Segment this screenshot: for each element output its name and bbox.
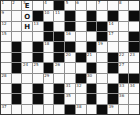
white-cell[interactable]: 8	[119, 1, 129, 10]
white-cell[interactable]	[119, 105, 129, 114]
black-cell	[65, 105, 75, 114]
white-cell[interactable]	[1, 94, 11, 103]
white-cell[interactable]	[129, 94, 139, 103]
black-cell	[65, 11, 75, 20]
clue-number: 39	[108, 105, 113, 109]
white-cell[interactable]: 16	[65, 32, 75, 41]
black-cell	[65, 42, 75, 51]
white-cell[interactable]	[108, 42, 118, 51]
black-cell	[129, 74, 139, 83]
white-cell[interactable]: 27	[119, 63, 129, 72]
black-cell	[108, 94, 118, 103]
black-cell	[87, 11, 97, 20]
black-cell	[33, 11, 43, 20]
crossword-grid: 123E456789O101112H1314151617181920212223…	[0, 0, 140, 115]
clue-number: 36	[119, 94, 124, 98]
white-cell[interactable]: 30	[87, 74, 97, 83]
clue-number: 19	[98, 42, 103, 46]
black-cell	[12, 42, 22, 51]
clue-number: 37	[2, 105, 7, 109]
white-cell[interactable]	[76, 11, 86, 20]
black-cell	[33, 42, 43, 51]
clue-number: 9	[2, 11, 5, 15]
clue-number: 26	[55, 63, 60, 67]
white-cell[interactable]: 11	[54, 11, 64, 20]
black-cell	[108, 11, 118, 20]
white-cell[interactable]	[22, 53, 32, 62]
white-cell[interactable]	[87, 1, 97, 10]
white-cell[interactable]: 10	[44, 11, 54, 20]
filled-letter: O	[22, 11, 32, 20]
white-cell[interactable]: 15	[1, 32, 11, 41]
white-cell[interactable]: 21	[87, 53, 97, 62]
white-cell[interactable]	[1, 53, 11, 62]
black-cell	[129, 32, 139, 41]
black-cell	[97, 32, 107, 41]
clue-number: 32	[76, 84, 81, 88]
black-cell	[54, 1, 64, 10]
black-cell	[76, 53, 86, 62]
white-cell[interactable]	[87, 32, 97, 41]
black-cell	[65, 22, 75, 31]
white-cell[interactable]	[22, 84, 32, 93]
clue-number: 31	[66, 84, 71, 88]
clue-number: 38	[76, 105, 81, 109]
black-cell	[87, 94, 97, 103]
white-cell[interactable]	[22, 105, 32, 114]
white-cell[interactable]: 35	[65, 94, 75, 103]
black-cell	[54, 84, 64, 93]
clue-number: 7	[98, 1, 101, 5]
white-cell[interactable]: 22	[119, 53, 129, 62]
white-cell[interactable]: 2	[12, 1, 22, 10]
white-cell[interactable]: 36	[119, 94, 129, 103]
white-cell[interactable]	[76, 32, 86, 41]
white-cell[interactable]	[33, 1, 43, 10]
white-cell[interactable]: 7	[97, 1, 107, 10]
white-cell[interactable]: 23	[129, 53, 139, 62]
white-cell[interactable]	[22, 94, 32, 103]
white-cell[interactable]: 38	[76, 105, 86, 114]
white-cell[interactable]: 14	[108, 22, 118, 31]
black-cell	[54, 53, 64, 62]
black-cell	[12, 53, 22, 62]
white-cell[interactable]: 34	[129, 84, 139, 93]
black-cell	[97, 105, 107, 114]
black-cell	[108, 53, 118, 62]
white-cell[interactable]: 3E	[22, 1, 32, 10]
white-cell[interactable]	[12, 32, 22, 41]
white-cell[interactable]	[129, 63, 139, 72]
clue-number: 34	[130, 84, 135, 88]
black-cell	[12, 84, 22, 93]
white-cell[interactable]	[129, 1, 139, 10]
white-cell[interactable]: O	[22, 11, 32, 20]
black-cell	[44, 32, 54, 41]
white-cell[interactable]	[119, 32, 129, 41]
white-cell[interactable]	[54, 74, 64, 83]
clue-number: 21	[87, 53, 92, 57]
white-cell[interactable]: 6	[76, 1, 86, 10]
white-cell[interactable]: 25	[33, 63, 43, 72]
clue-number: 15	[2, 32, 7, 36]
clue-number: 25	[34, 63, 39, 67]
white-cell[interactable]: 39	[108, 105, 118, 114]
black-cell	[54, 94, 64, 103]
white-cell[interactable]: 24	[22, 63, 32, 72]
clue-number: 12	[2, 22, 7, 26]
white-cell[interactable]: 20	[65, 53, 75, 62]
white-cell[interactable]: 31	[65, 84, 75, 93]
white-cell[interactable]	[97, 53, 107, 62]
clue-number: 11	[55, 11, 60, 15]
white-cell[interactable]	[12, 11, 22, 20]
white-cell[interactable]: 29	[44, 74, 54, 83]
black-cell	[87, 42, 97, 51]
white-cell[interactable]: 18	[44, 42, 54, 51]
clue-number: 30	[87, 74, 92, 78]
clue-number: 1	[2, 1, 5, 5]
black-cell	[108, 63, 118, 72]
white-cell[interactable]: 33	[119, 84, 129, 93]
white-cell[interactable]	[22, 32, 32, 41]
clue-number: 5	[66, 1, 69, 5]
white-cell[interactable]	[33, 105, 43, 114]
black-cell	[33, 53, 43, 62]
white-cell[interactable]	[1, 42, 11, 51]
black-cell	[33, 94, 43, 103]
white-cell[interactable]	[12, 74, 22, 83]
white-cell[interactable]	[44, 105, 54, 114]
white-cell[interactable]	[129, 105, 139, 114]
black-cell	[87, 22, 97, 31]
white-cell[interactable]	[65, 74, 75, 83]
white-cell[interactable]	[119, 11, 129, 20]
clue-number: 17	[108, 32, 113, 36]
white-cell[interactable]	[44, 84, 54, 93]
white-cell[interactable]	[12, 105, 22, 114]
white-cell[interactable]	[76, 22, 86, 31]
clue-number: 24	[23, 63, 28, 67]
clue-number: 22	[119, 53, 124, 57]
black-cell	[129, 11, 139, 20]
white-cell[interactable]: 17	[108, 32, 118, 41]
white-cell[interactable]	[22, 74, 32, 83]
clue-number: 6	[76, 1, 79, 5]
clue-number: 13	[34, 22, 39, 26]
clue-number: 33	[119, 84, 124, 88]
white-cell[interactable]	[97, 94, 107, 103]
white-cell[interactable]	[119, 42, 129, 51]
white-cell[interactable]: 37	[1, 105, 11, 114]
clue-number: 23	[130, 53, 135, 57]
black-cell	[97, 22, 107, 31]
white-cell[interactable]	[108, 74, 118, 83]
black-cell	[44, 22, 54, 31]
black-cell	[87, 84, 97, 93]
white-cell[interactable]	[22, 42, 32, 51]
white-cell[interactable]: 19	[97, 42, 107, 51]
clue-number: 4	[44, 1, 47, 5]
white-cell[interactable]	[12, 22, 22, 31]
clue-number: 18	[44, 42, 49, 46]
white-cell[interactable]	[129, 22, 139, 31]
black-cell	[87, 63, 97, 72]
black-cell	[33, 84, 43, 93]
white-cell[interactable]: 9	[1, 11, 11, 20]
clue-number: 27	[119, 63, 124, 67]
white-cell[interactable]: 32	[76, 84, 86, 93]
black-cell	[54, 32, 64, 41]
white-cell[interactable]	[44, 53, 54, 62]
white-cell[interactable]	[119, 22, 129, 31]
white-cell[interactable]: 12	[1, 22, 11, 31]
white-cell[interactable]	[97, 63, 107, 72]
white-cell[interactable]	[76, 94, 86, 103]
filled-letter: E	[22, 1, 32, 10]
clue-number: 20	[66, 53, 71, 57]
black-cell	[76, 74, 86, 83]
white-cell[interactable]	[97, 84, 107, 93]
white-cell[interactable]: 4	[44, 1, 54, 10]
clue-number: 28	[2, 74, 7, 78]
black-cell	[119, 74, 129, 83]
black-cell	[54, 42, 64, 51]
black-cell	[129, 42, 139, 51]
white-cell[interactable]: 5	[65, 1, 75, 10]
filled-letter: H	[22, 22, 32, 31]
clue-number: 29	[44, 74, 49, 78]
white-cell[interactable]	[1, 84, 11, 93]
black-cell	[108, 84, 118, 93]
clue-number: 35	[66, 94, 71, 98]
white-cell[interactable]	[65, 63, 75, 72]
clue-number: 2	[12, 1, 15, 5]
white-cell[interactable]	[44, 94, 54, 103]
white-cell[interactable]	[33, 32, 43, 41]
white-cell[interactable]: H	[22, 22, 32, 31]
white-cell[interactable]: 1	[1, 1, 11, 10]
clue-number: 16	[66, 32, 71, 36]
white-cell[interactable]	[108, 1, 118, 10]
white-cell[interactable]	[97, 11, 107, 20]
white-cell[interactable]: 13	[33, 22, 43, 31]
white-cell[interactable]	[54, 105, 64, 114]
white-cell[interactable]	[97, 74, 107, 83]
white-cell[interactable]	[76, 63, 86, 72]
white-cell[interactable]: 26	[54, 63, 64, 72]
clue-number: 8	[119, 1, 122, 5]
clue-number: 10	[44, 11, 49, 15]
white-cell[interactable]	[33, 74, 43, 83]
black-cell	[12, 94, 22, 103]
black-cell	[12, 63, 22, 72]
white-cell[interactable]	[1, 63, 11, 72]
white-cell[interactable]	[87, 105, 97, 114]
white-cell[interactable]: 28	[1, 74, 11, 83]
black-cell	[44, 63, 54, 72]
clue-number: 14	[108, 22, 113, 26]
white-cell[interactable]	[54, 22, 64, 31]
white-cell[interactable]	[76, 42, 86, 51]
